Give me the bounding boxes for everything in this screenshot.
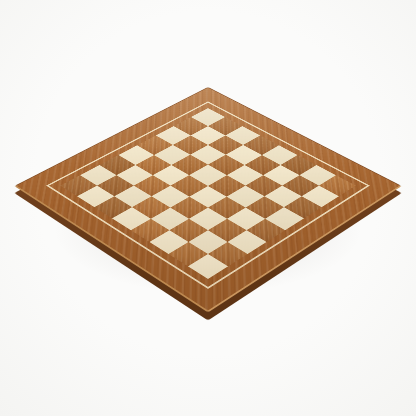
board-field: [60, 108, 355, 279]
board-perspective-area: [0, 0, 416, 416]
product-photo-background: [0, 0, 416, 416]
chess-board: [14, 87, 401, 313]
